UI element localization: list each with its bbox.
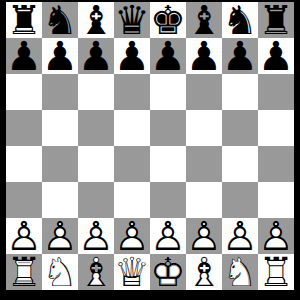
black-pawn-f7[interactable]: ♟ xyxy=(186,38,222,74)
square-g6[interactable] xyxy=(222,74,258,110)
square-h1[interactable]: ♜♖ xyxy=(258,254,294,290)
chess-board: ♜♞♝♛♚♝♞♜♟♟♟♟♟♟♟♟♟♙♟♙♟♙♟♙♟♙♟♙♟♙♟♙♜♖♞♘♝♗♛♕… xyxy=(6,2,294,290)
square-b6[interactable] xyxy=(42,74,78,110)
square-g7[interactable]: ♟ xyxy=(222,38,258,74)
white-knight-g1[interactable]: ♞♘ xyxy=(222,254,258,290)
black-pawn-g7[interactable]: ♟ xyxy=(222,38,258,74)
square-f5[interactable] xyxy=(186,110,222,146)
square-h4[interactable] xyxy=(258,146,294,182)
black-pawn-d7[interactable]: ♟ xyxy=(114,38,150,74)
square-a7[interactable]: ♟ xyxy=(6,38,42,74)
square-f1[interactable]: ♝♗ xyxy=(186,254,222,290)
square-c4[interactable] xyxy=(78,146,114,182)
square-f4[interactable] xyxy=(186,146,222,182)
white-bishop-f1[interactable]: ♝♗ xyxy=(186,254,222,290)
square-d1[interactable]: ♛♕ xyxy=(114,254,150,290)
square-a4[interactable] xyxy=(6,146,42,182)
square-b1[interactable]: ♞♘ xyxy=(42,254,78,290)
square-g1[interactable]: ♞♘ xyxy=(222,254,258,290)
white-bishop-c1[interactable]: ♝♗ xyxy=(78,254,114,290)
square-d7[interactable]: ♟ xyxy=(114,38,150,74)
square-h5[interactable] xyxy=(258,110,294,146)
square-a5[interactable] xyxy=(6,110,42,146)
square-d4[interactable] xyxy=(114,146,150,182)
square-c6[interactable] xyxy=(78,74,114,110)
square-h6[interactable] xyxy=(258,74,294,110)
black-pawn-h7[interactable]: ♟ xyxy=(258,38,294,74)
square-b4[interactable] xyxy=(42,146,78,182)
square-e5[interactable] xyxy=(150,110,186,146)
square-e4[interactable] xyxy=(150,146,186,182)
white-rook-a1[interactable]: ♜♖ xyxy=(6,254,42,290)
square-b7[interactable]: ♟ xyxy=(42,38,78,74)
board-frame: ♜♞♝♛♚♝♞♜♟♟♟♟♟♟♟♟♟♙♟♙♟♙♟♙♟♙♟♙♟♙♟♙♜♖♞♘♝♗♛♕… xyxy=(0,0,300,300)
square-f7[interactable]: ♟ xyxy=(186,38,222,74)
square-a1[interactable]: ♜♖ xyxy=(6,254,42,290)
square-d6[interactable] xyxy=(114,74,150,110)
black-pawn-c7[interactable]: ♟ xyxy=(78,38,114,74)
square-e7[interactable]: ♟ xyxy=(150,38,186,74)
white-king-e1[interactable]: ♚♔ xyxy=(150,254,186,290)
square-e6[interactable] xyxy=(150,74,186,110)
black-pawn-b7[interactable]: ♟ xyxy=(42,38,78,74)
square-a6[interactable] xyxy=(6,74,42,110)
white-queen-d1[interactable]: ♛♕ xyxy=(114,254,150,290)
white-rook-h1[interactable]: ♜♖ xyxy=(258,254,294,290)
square-f6[interactable] xyxy=(186,74,222,110)
black-pawn-e7[interactable]: ♟ xyxy=(150,38,186,74)
square-c1[interactable]: ♝♗ xyxy=(78,254,114,290)
square-c7[interactable]: ♟ xyxy=(78,38,114,74)
square-d5[interactable] xyxy=(114,110,150,146)
black-pawn-a7[interactable]: ♟ xyxy=(6,38,42,74)
square-c5[interactable] xyxy=(78,110,114,146)
square-g5[interactable] xyxy=(222,110,258,146)
white-knight-b1[interactable]: ♞♘ xyxy=(42,254,78,290)
square-e1[interactable]: ♚♔ xyxy=(150,254,186,290)
square-b5[interactable] xyxy=(42,110,78,146)
square-g4[interactable] xyxy=(222,146,258,182)
square-h7[interactable]: ♟ xyxy=(258,38,294,74)
